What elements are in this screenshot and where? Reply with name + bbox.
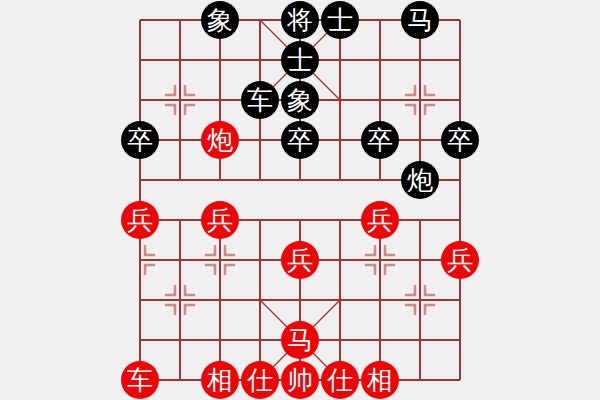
red-elephant[interactable]: 相	[201, 361, 239, 399]
red-horse[interactable]: 马	[281, 321, 319, 359]
red-soldier[interactable]: 兵	[281, 241, 319, 279]
black-horse[interactable]: 马	[401, 1, 439, 39]
xiangqi-board[interactable]: 象将士马士车象卒卒卒卒炮炮兵兵兵兵兵马车相仕帅仕相	[0, 0, 600, 400]
red-soldier[interactable]: 兵	[121, 201, 159, 239]
pieces-layer: 象将士马士车象卒卒卒卒炮炮兵兵兵兵兵马车相仕帅仕相	[0, 0, 600, 400]
red-soldier[interactable]: 兵	[361, 201, 399, 239]
black-advisor[interactable]: 士	[281, 41, 319, 79]
red-elephant[interactable]: 相	[361, 361, 399, 399]
black-elephant[interactable]: 象	[201, 1, 239, 39]
red-advisor[interactable]: 仕	[241, 361, 279, 399]
black-soldier[interactable]: 卒	[281, 121, 319, 159]
red-soldier[interactable]: 兵	[201, 201, 239, 239]
black-soldier[interactable]: 卒	[361, 121, 399, 159]
black-cannon[interactable]: 炮	[401, 161, 439, 199]
xiangqi-app: 象将士马士车象卒卒卒卒炮炮兵兵兵兵兵马车相仕帅仕相	[0, 0, 600, 400]
red-cannon[interactable]: 炮	[201, 121, 239, 159]
red-advisor[interactable]: 仕	[321, 361, 359, 399]
red-general[interactable]: 帅	[281, 361, 319, 399]
black-advisor[interactable]: 士	[321, 1, 359, 39]
black-chariot[interactable]: 车	[241, 81, 279, 119]
black-elephant[interactable]: 象	[281, 81, 319, 119]
red-chariot[interactable]: 车	[121, 361, 159, 399]
red-soldier[interactable]: 兵	[441, 241, 479, 279]
black-soldier[interactable]: 卒	[121, 121, 159, 159]
black-general[interactable]: 将	[281, 1, 319, 39]
black-soldier[interactable]: 卒	[441, 121, 479, 159]
